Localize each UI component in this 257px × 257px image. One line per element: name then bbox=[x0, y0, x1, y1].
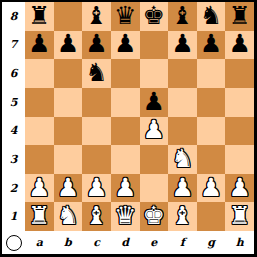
square-d7[interactable]: ♟ bbox=[111, 31, 140, 60]
square-h4[interactable] bbox=[225, 117, 254, 146]
square-c7[interactable]: ♟ bbox=[82, 31, 111, 60]
square-b2[interactable]: ♟ bbox=[54, 174, 83, 203]
white-pawn[interactable]: ♟ bbox=[114, 175, 136, 200]
square-c1[interactable]: ♝ bbox=[82, 202, 111, 231]
square-b7[interactable]: ♟ bbox=[54, 31, 83, 60]
rank-label-8: 8 bbox=[2, 2, 25, 31]
square-a3[interactable] bbox=[25, 145, 54, 174]
square-e6[interactable] bbox=[140, 59, 169, 88]
square-e2[interactable] bbox=[140, 174, 169, 203]
square-h8[interactable]: ♜ bbox=[225, 2, 254, 31]
square-d1[interactable]: ♛ bbox=[111, 202, 140, 231]
square-h3[interactable] bbox=[225, 145, 254, 174]
square-h7[interactable]: ♟ bbox=[225, 31, 254, 60]
square-c4[interactable] bbox=[82, 117, 111, 146]
square-b4[interactable] bbox=[54, 117, 83, 146]
white-knight[interactable]: ♞ bbox=[171, 146, 193, 171]
white-pawn[interactable]: ♟ bbox=[57, 175, 79, 200]
chess-diagram: 87654321 ♜♝♛♚♝♞♜♟♟♟♟♟♟♟♞♟♟♞♟♟♟♟♟♟♟♜♞♝♛♚♝… bbox=[0, 0, 257, 257]
square-c5[interactable] bbox=[82, 88, 111, 117]
rank-labels: 87654321 bbox=[2, 2, 25, 231]
file-label-e: e bbox=[140, 231, 169, 254]
black-knight[interactable]: ♞ bbox=[200, 3, 222, 28]
black-pawn[interactable]: ♟ bbox=[171, 31, 193, 56]
square-e3[interactable] bbox=[140, 145, 169, 174]
rank-label-6: 6 bbox=[2, 59, 25, 88]
white-king[interactable]: ♚ bbox=[143, 203, 165, 228]
square-c6[interactable]: ♞ bbox=[82, 59, 111, 88]
diagram-inner: 87654321 ♜♝♛♚♝♞♜♟♟♟♟♟♟♟♞♟♟♞♟♟♟♟♟♟♟♜♞♝♛♚♝… bbox=[2, 2, 254, 254]
square-e8[interactable]: ♚ bbox=[140, 2, 169, 31]
square-e1[interactable]: ♚ bbox=[140, 202, 169, 231]
square-h5[interactable] bbox=[225, 88, 254, 117]
square-a5[interactable] bbox=[25, 88, 54, 117]
square-f2[interactable]: ♟ bbox=[168, 174, 197, 203]
black-pawn[interactable]: ♟ bbox=[114, 31, 136, 56]
square-a2[interactable]: ♟ bbox=[25, 174, 54, 203]
square-c8[interactable]: ♝ bbox=[82, 2, 111, 31]
square-f1[interactable]: ♝ bbox=[168, 202, 197, 231]
turn-indicator-area bbox=[2, 231, 25, 254]
square-a6[interactable] bbox=[25, 59, 54, 88]
black-queen[interactable]: ♛ bbox=[114, 3, 136, 28]
square-e5[interactable]: ♟ bbox=[140, 88, 169, 117]
square-g5[interactable] bbox=[197, 88, 226, 117]
square-b6[interactable] bbox=[54, 59, 83, 88]
square-g8[interactable]: ♞ bbox=[197, 2, 226, 31]
black-king[interactable]: ♚ bbox=[143, 3, 165, 28]
square-g7[interactable]: ♟ bbox=[197, 31, 226, 60]
white-rook[interactable]: ♜ bbox=[228, 203, 250, 228]
chess-board[interactable]: ♜♝♛♚♝♞♜♟♟♟♟♟♟♟♞♟♟♞♟♟♟♟♟♟♟♜♞♝♛♚♝♜ bbox=[25, 2, 254, 231]
square-c2[interactable]: ♟ bbox=[82, 174, 111, 203]
file-label-a: a bbox=[25, 231, 54, 254]
file-label-d: d bbox=[111, 231, 140, 254]
black-pawn[interactable]: ♟ bbox=[228, 31, 250, 56]
square-a4[interactable] bbox=[25, 117, 54, 146]
square-f5[interactable] bbox=[168, 88, 197, 117]
square-d6[interactable] bbox=[111, 59, 140, 88]
black-pawn[interactable]: ♟ bbox=[143, 89, 165, 114]
square-e7[interactable] bbox=[140, 31, 169, 60]
square-a7[interactable]: ♟ bbox=[25, 31, 54, 60]
square-g3[interactable] bbox=[197, 145, 226, 174]
rank-label-3: 3 bbox=[2, 145, 25, 174]
square-b1[interactable]: ♞ bbox=[54, 202, 83, 231]
square-d8[interactable]: ♛ bbox=[111, 2, 140, 31]
square-f3[interactable]: ♞ bbox=[168, 145, 197, 174]
white-pawn[interactable]: ♟ bbox=[143, 117, 165, 142]
white-bishop[interactable]: ♝ bbox=[171, 203, 193, 228]
white-pawn[interactable]: ♟ bbox=[28, 175, 50, 200]
square-h6[interactable] bbox=[225, 59, 254, 88]
black-knight[interactable]: ♞ bbox=[85, 60, 107, 85]
white-pawn[interactable]: ♟ bbox=[85, 175, 107, 200]
square-d4[interactable] bbox=[111, 117, 140, 146]
file-label-c: c bbox=[82, 231, 111, 254]
square-f6[interactable] bbox=[168, 59, 197, 88]
square-h2[interactable]: ♟ bbox=[225, 174, 254, 203]
file-labels: abcdefgh bbox=[25, 231, 254, 254]
white-pawn[interactable]: ♟ bbox=[171, 175, 193, 200]
white-pawn[interactable]: ♟ bbox=[228, 175, 250, 200]
square-f8[interactable]: ♝ bbox=[168, 2, 197, 31]
rank-label-1: 1 bbox=[2, 202, 25, 231]
rank-label-2: 2 bbox=[2, 174, 25, 203]
square-a1[interactable]: ♜ bbox=[25, 202, 54, 231]
white-bishop[interactable]: ♝ bbox=[85, 203, 107, 228]
white-queen[interactable]: ♛ bbox=[114, 203, 136, 228]
file-label-h: h bbox=[225, 231, 254, 254]
black-rook[interactable]: ♜ bbox=[28, 3, 50, 28]
black-pawn[interactable]: ♟ bbox=[28, 31, 50, 56]
rank-label-7: 7 bbox=[2, 31, 25, 60]
white-knight[interactable]: ♞ bbox=[57, 203, 79, 228]
square-b5[interactable] bbox=[54, 88, 83, 117]
square-g4[interactable] bbox=[197, 117, 226, 146]
black-bishop[interactable]: ♝ bbox=[85, 3, 107, 28]
file-label-g: g bbox=[197, 231, 226, 254]
rank-label-5: 5 bbox=[2, 88, 25, 117]
square-f7[interactable]: ♟ bbox=[168, 31, 197, 60]
rank-label-4: 4 bbox=[2, 117, 25, 146]
black-pawn[interactable]: ♟ bbox=[200, 31, 222, 56]
white-to-move-indicator bbox=[6, 235, 22, 251]
square-d3[interactable] bbox=[111, 145, 140, 174]
black-pawn[interactable]: ♟ bbox=[57, 31, 79, 56]
square-f4[interactable] bbox=[168, 117, 197, 146]
file-label-f: f bbox=[168, 231, 197, 254]
white-pawn[interactable]: ♟ bbox=[200, 175, 222, 200]
square-d5[interactable] bbox=[111, 88, 140, 117]
black-pawn[interactable]: ♟ bbox=[85, 31, 107, 56]
square-g1[interactable] bbox=[197, 202, 226, 231]
square-e4[interactable]: ♟ bbox=[140, 117, 169, 146]
square-g6[interactable] bbox=[197, 59, 226, 88]
black-rook[interactable]: ♜ bbox=[228, 3, 250, 28]
square-b3[interactable] bbox=[54, 145, 83, 174]
square-d2[interactable]: ♟ bbox=[111, 174, 140, 203]
file-label-b: b bbox=[54, 231, 83, 254]
black-bishop[interactable]: ♝ bbox=[171, 3, 193, 28]
square-h1[interactable]: ♜ bbox=[225, 202, 254, 231]
square-g2[interactable]: ♟ bbox=[197, 174, 226, 203]
square-b8[interactable] bbox=[54, 2, 83, 31]
square-a8[interactable]: ♜ bbox=[25, 2, 54, 31]
square-c3[interactable] bbox=[82, 145, 111, 174]
white-rook[interactable]: ♜ bbox=[28, 203, 50, 228]
